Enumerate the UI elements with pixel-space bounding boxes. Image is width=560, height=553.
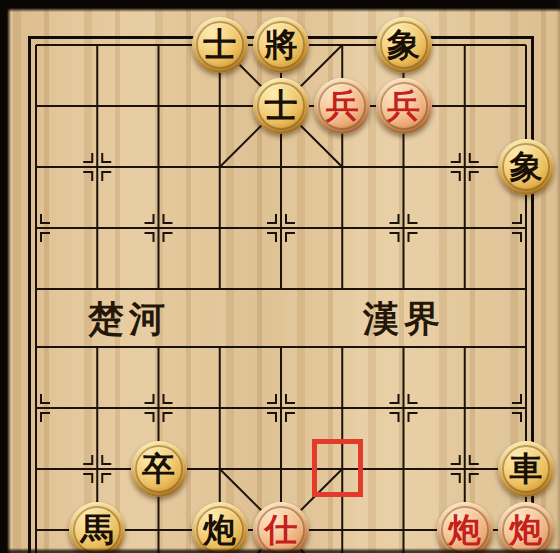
piece-red-advisor[interactable]: 仕: [253, 502, 309, 553]
piece-glyph: 炮: [448, 514, 481, 547]
piece-glyph: 炮: [203, 514, 236, 547]
piece-black-cannon[interactable]: 炮: [192, 502, 248, 553]
piece-red-soldier[interactable]: 兵: [314, 78, 370, 134]
piece-glyph: 仕: [265, 514, 298, 547]
xiangqi-board: 楚河 漢界 士將象士兵兵象卒車馬炮仕炮炮: [0, 0, 560, 553]
piece-black-horse[interactable]: 馬: [69, 502, 125, 553]
move-highlight-square: [312, 439, 363, 497]
piece-glyph: 象: [387, 29, 420, 62]
piece-black-advisor[interactable]: 士: [253, 78, 309, 134]
piece-red-cannon[interactable]: 炮: [437, 502, 493, 553]
piece-black-chariot[interactable]: 車: [498, 441, 554, 497]
piece-black-elephant[interactable]: 象: [498, 139, 554, 195]
piece-glyph: 士: [203, 29, 236, 62]
piece-glyph: 馬: [81, 514, 114, 547]
piece-red-cannon[interactable]: 炮: [498, 502, 554, 553]
piece-glyph: 卒: [142, 453, 175, 486]
piece-glyph: 兵: [387, 90, 420, 123]
piece-glyph: 車: [510, 453, 543, 486]
piece-black-advisor[interactable]: 士: [192, 17, 248, 73]
river-label-chu-he: 楚河: [88, 295, 170, 344]
piece-glyph: 炮: [510, 514, 543, 547]
piece-black-soldier[interactable]: 卒: [131, 441, 187, 497]
river-label-han-jie: 漢界: [363, 295, 445, 344]
piece-glyph: 象: [510, 151, 543, 184]
piece-black-elephant[interactable]: 象: [376, 17, 432, 73]
piece-glyph: 將: [265, 29, 298, 62]
piece-glyph: 兵: [326, 90, 359, 123]
piece-glyph: 士: [265, 90, 298, 123]
piece-red-soldier[interactable]: 兵: [376, 78, 432, 134]
piece-black-general[interactable]: 將: [253, 17, 309, 73]
